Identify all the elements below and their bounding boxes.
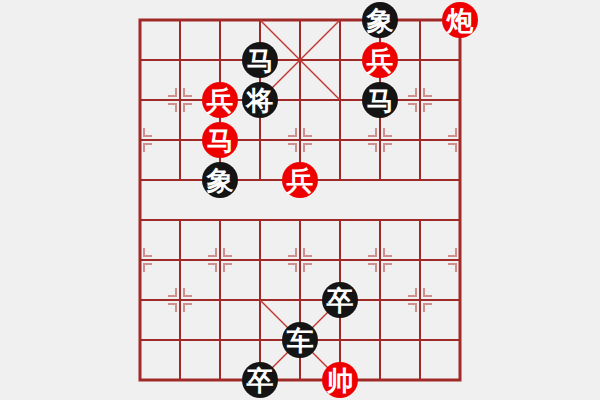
piece-red-soldier[interactable]: 兵 <box>362 42 398 78</box>
piece-red-horse[interactable]: 马 <box>202 122 238 158</box>
piece-black-elephant[interactable]: 象 <box>202 162 238 198</box>
piece-red-soldier[interactable]: 兵 <box>282 162 318 198</box>
piece-black-elephant[interactable]: 象 <box>362 2 398 38</box>
piece-black-horse[interactable]: 马 <box>362 82 398 118</box>
xiangqi-board: 象炮马兵兵将马马象兵卒车卒帅 <box>120 0 480 400</box>
piece-red-general[interactable]: 帅 <box>322 362 358 398</box>
piece-black-general[interactable]: 将 <box>242 82 278 118</box>
piece-black-soldier[interactable]: 卒 <box>242 362 278 398</box>
piece-red-cannon[interactable]: 炮 <box>442 2 478 38</box>
piece-red-soldier[interactable]: 兵 <box>202 82 238 118</box>
piece-black-chariot[interactable]: 车 <box>282 322 318 358</box>
piece-black-horse[interactable]: 马 <box>242 42 278 78</box>
xiangqi-game-screen: 象炮马兵兵将马马象兵卒车卒帅 <box>0 0 600 400</box>
piece-black-soldier[interactable]: 卒 <box>322 282 358 318</box>
